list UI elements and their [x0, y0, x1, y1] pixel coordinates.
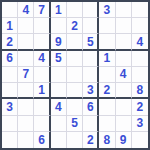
sudoku-cell-r5c5-empty[interactable] — [67, 67, 83, 83]
sudoku-cell-r5c3-empty[interactable] — [34, 67, 50, 83]
sudoku-cell-r3c2-empty[interactable] — [18, 34, 34, 50]
sudoku-cell-r5c9-empty[interactable] — [132, 67, 148, 83]
sudoku-board: 471312295464517413283462536289 — [0, 0, 150, 150]
sudoku-cell-r4c3-given[interactable]: 4 — [34, 51, 50, 67]
sudoku-cell-r1c6-empty[interactable] — [83, 2, 99, 18]
sudoku-cell-r7c2-empty[interactable] — [18, 99, 34, 115]
sudoku-cell-r2c6-empty[interactable] — [83, 18, 99, 34]
sudoku-cell-r3c9-given[interactable]: 4 — [132, 34, 148, 50]
sudoku-cell-r4c8-empty[interactable] — [116, 51, 132, 67]
sudoku-cell-r3c3-empty[interactable] — [34, 34, 50, 50]
sudoku-cell-r2c3-empty[interactable] — [34, 18, 50, 34]
sudoku-cell-r4c7-given[interactable]: 1 — [99, 51, 115, 67]
sudoku-cell-r1c5-empty[interactable] — [67, 2, 83, 18]
sudoku-cell-r8c9-given[interactable]: 3 — [132, 116, 148, 132]
sudoku-cell-r7c7-empty[interactable] — [99, 99, 115, 115]
sudoku-cell-r9c6-given[interactable]: 2 — [83, 132, 99, 148]
sudoku-cell-r6c6-given[interactable]: 3 — [83, 83, 99, 99]
sudoku-cell-r5c1-empty[interactable] — [2, 67, 18, 83]
sudoku-cell-r5c2-given[interactable]: 7 — [18, 67, 34, 83]
sudoku-cell-r6c2-empty[interactable] — [18, 83, 34, 99]
sudoku-cell-r3c1-given[interactable]: 2 — [2, 34, 18, 50]
sudoku-cell-r9c8-given[interactable]: 9 — [116, 132, 132, 148]
sudoku-cell-r9c9-empty[interactable] — [132, 132, 148, 148]
sudoku-cell-r4c6-empty[interactable] — [83, 51, 99, 67]
sudoku-cell-r8c5-given[interactable]: 5 — [67, 116, 83, 132]
sudoku-cell-r1c4-given[interactable]: 1 — [51, 2, 67, 18]
sudoku-cell-r8c2-empty[interactable] — [18, 116, 34, 132]
sudoku-cell-r5c7-empty[interactable] — [99, 67, 115, 83]
sudoku-cell-r7c5-empty[interactable] — [67, 99, 83, 115]
sudoku-cell-r3c4-given[interactable]: 9 — [51, 34, 67, 50]
sudoku-cell-r1c1-empty[interactable] — [2, 2, 18, 18]
sudoku-cell-r3c5-empty[interactable] — [67, 34, 83, 50]
sudoku-cell-r1c8-empty[interactable] — [116, 2, 132, 18]
sudoku-cell-r6c8-empty[interactable] — [116, 83, 132, 99]
sudoku-cell-r6c9-given[interactable]: 8 — [132, 83, 148, 99]
sudoku-cell-r9c2-empty[interactable] — [18, 132, 34, 148]
sudoku-cell-r7c6-given[interactable]: 6 — [83, 99, 99, 115]
sudoku-cell-r4c5-empty[interactable] — [67, 51, 83, 67]
sudoku-cell-r6c7-given[interactable]: 2 — [99, 83, 115, 99]
sudoku-cell-r3c6-given[interactable]: 5 — [83, 34, 99, 50]
sudoku-cell-r9c3-given[interactable]: 6 — [34, 132, 50, 148]
sudoku-cell-r5c4-empty[interactable] — [51, 67, 67, 83]
sudoku-cell-r2c8-empty[interactable] — [116, 18, 132, 34]
sudoku-cell-r6c5-empty[interactable] — [67, 83, 83, 99]
sudoku-cell-r4c9-empty[interactable] — [132, 51, 148, 67]
sudoku-cell-r7c8-empty[interactable] — [116, 99, 132, 115]
sudoku-cell-r6c4-empty[interactable] — [51, 83, 67, 99]
sudoku-cell-r4c1-given[interactable]: 6 — [2, 51, 18, 67]
sudoku-cell-r3c8-empty[interactable] — [116, 34, 132, 50]
sudoku-cell-r8c1-empty[interactable] — [2, 116, 18, 132]
sudoku-cell-r6c3-given[interactable]: 1 — [34, 83, 50, 99]
sudoku-cell-r1c3-given[interactable]: 7 — [34, 2, 50, 18]
sudoku-cell-r7c3-empty[interactable] — [34, 99, 50, 115]
sudoku-cell-r8c3-empty[interactable] — [34, 116, 50, 132]
sudoku-cell-r2c2-empty[interactable] — [18, 18, 34, 34]
sudoku-cell-r9c1-empty[interactable] — [2, 132, 18, 148]
sudoku-cell-r7c1-given[interactable]: 3 — [2, 99, 18, 115]
sudoku-cell-r2c9-empty[interactable] — [132, 18, 148, 34]
sudoku-cell-r3c7-empty[interactable] — [99, 34, 115, 50]
sudoku-cell-r9c5-empty[interactable] — [67, 132, 83, 148]
sudoku-cell-r2c5-given[interactable]: 2 — [67, 18, 83, 34]
sudoku-cell-r2c4-empty[interactable] — [51, 18, 67, 34]
sudoku-cell-r1c2-given[interactable]: 4 — [18, 2, 34, 18]
sudoku-cell-r4c4-given[interactable]: 5 — [51, 51, 67, 67]
sudoku-cell-r9c7-given[interactable]: 8 — [99, 132, 115, 148]
sudoku-cell-r5c6-empty[interactable] — [83, 67, 99, 83]
sudoku-cell-r7c9-given[interactable]: 2 — [132, 99, 148, 115]
sudoku-cell-r9c4-empty[interactable] — [51, 132, 67, 148]
sudoku-cell-r7c4-given[interactable]: 4 — [51, 99, 67, 115]
sudoku-cell-r6c1-empty[interactable] — [2, 83, 18, 99]
sudoku-cell-r8c7-empty[interactable] — [99, 116, 115, 132]
sudoku-cell-r2c1-given[interactable]: 1 — [2, 18, 18, 34]
sudoku-cell-r1c9-empty[interactable] — [132, 2, 148, 18]
sudoku-cell-r5c8-given[interactable]: 4 — [116, 67, 132, 83]
sudoku-cell-r8c6-empty[interactable] — [83, 116, 99, 132]
sudoku-cell-r8c4-empty[interactable] — [51, 116, 67, 132]
sudoku-cell-r4c2-empty[interactable] — [18, 51, 34, 67]
sudoku-cell-r1c7-given[interactable]: 3 — [99, 2, 115, 18]
sudoku-cell-r8c8-empty[interactable] — [116, 116, 132, 132]
sudoku-cell-r2c7-empty[interactable] — [99, 18, 115, 34]
